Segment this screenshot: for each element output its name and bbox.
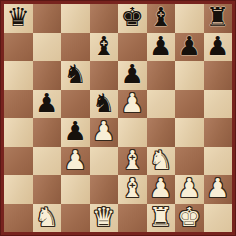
square-e6[interactable]: ♟ bbox=[118, 61, 147, 90]
black-pawn[interactable]: ♟ bbox=[206, 33, 229, 59]
square-f2[interactable]: ♟ bbox=[147, 175, 176, 204]
white-rook[interactable]: ♜ bbox=[149, 204, 172, 230]
chess-board: ♛♚♝♜♝♟♟♟♞♟♟♞♟♟♟♟♝♞♝♟♟♟♞♛♜♚ bbox=[4, 4, 232, 232]
black-bishop[interactable]: ♝ bbox=[92, 33, 115, 59]
square-h5[interactable] bbox=[204, 90, 233, 119]
white-queen[interactable]: ♛ bbox=[92, 204, 115, 230]
white-bishop[interactable]: ♝ bbox=[121, 147, 144, 173]
square-e1[interactable] bbox=[118, 204, 147, 233]
black-pawn[interactable]: ♟ bbox=[64, 118, 87, 144]
square-b1[interactable]: ♞ bbox=[33, 204, 62, 233]
white-bishop[interactable]: ♝ bbox=[121, 175, 144, 201]
square-d5[interactable]: ♞ bbox=[90, 90, 119, 119]
square-g4[interactable] bbox=[175, 118, 204, 147]
black-bishop[interactable]: ♝ bbox=[149, 4, 172, 30]
square-b2[interactable] bbox=[33, 175, 62, 204]
square-b3[interactable] bbox=[33, 147, 62, 176]
white-pawn[interactable]: ♟ bbox=[64, 147, 87, 173]
square-h3[interactable] bbox=[204, 147, 233, 176]
square-a1[interactable] bbox=[4, 204, 33, 233]
square-f7[interactable]: ♟ bbox=[147, 33, 176, 62]
square-h7[interactable]: ♟ bbox=[204, 33, 233, 62]
square-d7[interactable]: ♝ bbox=[90, 33, 119, 62]
square-c1[interactable] bbox=[61, 204, 90, 233]
black-king[interactable]: ♚ bbox=[121, 4, 144, 30]
square-d8[interactable] bbox=[90, 4, 119, 33]
white-knight[interactable]: ♞ bbox=[149, 147, 172, 173]
square-c4[interactable]: ♟ bbox=[61, 118, 90, 147]
white-pawn[interactable]: ♟ bbox=[149, 175, 172, 201]
square-d4[interactable]: ♟ bbox=[90, 118, 119, 147]
square-b7[interactable] bbox=[33, 33, 62, 62]
white-king[interactable]: ♚ bbox=[178, 204, 201, 230]
square-g6[interactable] bbox=[175, 61, 204, 90]
square-b4[interactable] bbox=[33, 118, 62, 147]
square-d6[interactable] bbox=[90, 61, 119, 90]
square-h8[interactable]: ♜ bbox=[204, 4, 233, 33]
square-g7[interactable]: ♟ bbox=[175, 33, 204, 62]
square-h1[interactable] bbox=[204, 204, 233, 233]
black-rook[interactable]: ♜ bbox=[206, 4, 229, 30]
square-a4[interactable] bbox=[4, 118, 33, 147]
square-e3[interactable]: ♝ bbox=[118, 147, 147, 176]
square-c8[interactable] bbox=[61, 4, 90, 33]
black-knight[interactable]: ♞ bbox=[64, 61, 87, 87]
square-d3[interactable] bbox=[90, 147, 119, 176]
white-pawn[interactable]: ♟ bbox=[178, 175, 201, 201]
square-f3[interactable]: ♞ bbox=[147, 147, 176, 176]
square-h2[interactable]: ♟ bbox=[204, 175, 233, 204]
square-a2[interactable] bbox=[4, 175, 33, 204]
square-d2[interactable] bbox=[90, 175, 119, 204]
square-a8[interactable]: ♛ bbox=[4, 4, 33, 33]
square-g3[interactable] bbox=[175, 147, 204, 176]
black-pawn[interactable]: ♟ bbox=[178, 33, 201, 59]
black-knight[interactable]: ♞ bbox=[92, 90, 115, 116]
square-h6[interactable] bbox=[204, 61, 233, 90]
square-b5[interactable]: ♟ bbox=[33, 90, 62, 119]
square-g8[interactable] bbox=[175, 4, 204, 33]
square-f5[interactable] bbox=[147, 90, 176, 119]
square-f4[interactable] bbox=[147, 118, 176, 147]
square-g2[interactable]: ♟ bbox=[175, 175, 204, 204]
square-c3[interactable]: ♟ bbox=[61, 147, 90, 176]
square-d1[interactable]: ♛ bbox=[90, 204, 119, 233]
black-queen[interactable]: ♛ bbox=[7, 4, 30, 30]
board-frame: ♛♚♝♜♝♟♟♟♞♟♟♞♟♟♟♟♝♞♝♟♟♟♞♛♜♚ bbox=[0, 0, 236, 236]
white-pawn[interactable]: ♟ bbox=[92, 118, 115, 144]
square-e8[interactable]: ♚ bbox=[118, 4, 147, 33]
square-g5[interactable] bbox=[175, 90, 204, 119]
black-pawn[interactable]: ♟ bbox=[35, 90, 58, 116]
square-c5[interactable] bbox=[61, 90, 90, 119]
square-b8[interactable] bbox=[33, 4, 62, 33]
square-c6[interactable]: ♞ bbox=[61, 61, 90, 90]
square-e5[interactable]: ♟ bbox=[118, 90, 147, 119]
square-h4[interactable] bbox=[204, 118, 233, 147]
square-a5[interactable] bbox=[4, 90, 33, 119]
white-pawn[interactable]: ♟ bbox=[206, 175, 229, 201]
black-pawn[interactable]: ♟ bbox=[149, 33, 172, 59]
square-f8[interactable]: ♝ bbox=[147, 4, 176, 33]
square-a7[interactable] bbox=[4, 33, 33, 62]
square-e4[interactable] bbox=[118, 118, 147, 147]
square-e7[interactable] bbox=[118, 33, 147, 62]
square-a6[interactable] bbox=[4, 61, 33, 90]
white-knight[interactable]: ♞ bbox=[35, 204, 58, 230]
square-e2[interactable]: ♝ bbox=[118, 175, 147, 204]
square-a3[interactable] bbox=[4, 147, 33, 176]
square-f1[interactable]: ♜ bbox=[147, 204, 176, 233]
black-pawn[interactable]: ♟ bbox=[121, 61, 144, 87]
square-f6[interactable] bbox=[147, 61, 176, 90]
square-c2[interactable] bbox=[61, 175, 90, 204]
square-b6[interactable] bbox=[33, 61, 62, 90]
square-c7[interactable] bbox=[61, 33, 90, 62]
white-pawn[interactable]: ♟ bbox=[121, 90, 144, 116]
square-g1[interactable]: ♚ bbox=[175, 204, 204, 233]
